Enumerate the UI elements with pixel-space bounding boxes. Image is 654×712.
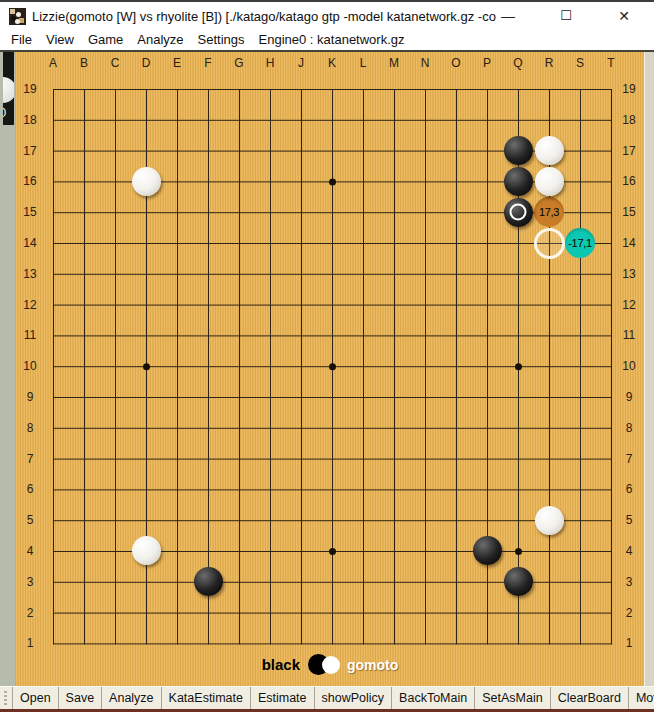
toolbar-button-backtomain[interactable]: BackToMain (391, 687, 474, 709)
window-title: Lizzie(gomoto [W] vs rhyolite [B]) [./ka… (32, 9, 496, 24)
coord-row-left-10: 10 (23, 359, 36, 373)
white-stone-D4[interactable] (132, 536, 161, 565)
coord-row-left-1: 1 (27, 636, 34, 650)
coord-col-E: E (173, 56, 181, 70)
menu-item-file[interactable]: File (4, 30, 39, 50)
capture-indicator: 0 (3, 52, 14, 125)
coord-row-left-3: 3 (27, 575, 34, 589)
coord-row-left-8: 8 (27, 421, 34, 435)
coord-row-right-2: 2 (626, 606, 633, 620)
white-stone-icon (322, 656, 340, 674)
coord-row-right-7: 7 (626, 452, 633, 466)
coord-col-M: M (389, 56, 399, 70)
coord-col-K: K (328, 56, 336, 70)
minimize-icon[interactable]: — (496, 2, 520, 30)
suggested-move-S14[interactable]: -17,1 (565, 228, 595, 258)
white-stone-R5[interactable] (535, 506, 564, 535)
white-capture-stone-icon (3, 77, 14, 103)
suggested-move-R15[interactable]: 17,3 (534, 197, 564, 227)
coord-row-right-5: 5 (626, 513, 633, 527)
menu-item-engine0[interactable]: Engine0 : katanetwork.gz (252, 30, 412, 50)
coord-row-left-18: 18 (23, 113, 36, 127)
bottom-toolbar: OpenSaveAnalyzeKataEstimateEstimateshowP… (0, 686, 654, 712)
coord-col-Q: Q (513, 56, 522, 70)
coord-row-left-16: 16 (23, 174, 36, 188)
toolbar-button-clearboard[interactable]: ClearBoard (550, 687, 628, 709)
close-icon[interactable]: ✕ (612, 2, 636, 30)
coord-row-right-9: 9 (626, 390, 633, 404)
white-player-label: gomoto (347, 657, 398, 673)
toolbar-grip[interactable] (4, 691, 7, 705)
black-stone-Q3[interactable] (504, 567, 533, 596)
coord-row-right-3: 3 (626, 575, 633, 589)
coord-row-left-4: 4 (27, 544, 34, 558)
coord-col-S: S (576, 56, 584, 70)
coord-col-T: T (607, 56, 614, 70)
coord-row-left-14: 14 (23, 236, 36, 250)
menu-bar: FileViewGameAnalyzeSettingsEngine0 : kat… (0, 30, 654, 52)
coord-col-P: P (483, 56, 491, 70)
go-board[interactable]: ABCDEFGHJKLMNOPQRST191918181717161615151… (15, 52, 645, 686)
last-move-marker (510, 204, 527, 221)
black-player-label: black (262, 656, 300, 673)
menu-item-game[interactable]: Game (81, 30, 130, 50)
coord-col-C: C (111, 56, 120, 70)
window-controls: — ☐ ✕ (496, 2, 654, 30)
coord-col-F: F (204, 56, 211, 70)
coord-row-left-9: 9 (27, 390, 34, 404)
coord-col-A: A (49, 56, 57, 70)
coord-row-left-17: 17 (23, 144, 36, 158)
coord-col-G: G (234, 56, 243, 70)
coord-col-N: N (421, 56, 430, 70)
coord-col-H: H (266, 56, 275, 70)
coord-row-left-15: 15 (23, 205, 36, 219)
maximize-icon[interactable]: ☐ (554, 2, 578, 30)
player-bar: black gomoto (15, 654, 645, 675)
menu-item-settings[interactable]: Settings (191, 30, 252, 50)
coord-col-L: L (360, 56, 367, 70)
white-stone-R17[interactable] (535, 136, 564, 165)
coord-row-left-13: 13 (23, 267, 36, 281)
coord-row-left-2: 2 (27, 606, 34, 620)
black-stone-Q16[interactable] (504, 167, 533, 196)
toolbar-button-estimate[interactable]: Estimate (250, 687, 314, 709)
coord-row-right-8: 8 (626, 421, 633, 435)
black-stone-Q15[interactable] (504, 198, 533, 227)
coord-col-R: R (545, 56, 554, 70)
coord-row-left-7: 7 (27, 452, 34, 466)
white-stone-R16[interactable] (535, 167, 564, 196)
toolbar-button-setasmain[interactable]: SetAsMain (474, 687, 549, 709)
black-stone-Q17[interactable] (504, 136, 533, 165)
black-stone-P4[interactable] (473, 536, 502, 565)
coord-row-left-5: 5 (27, 513, 34, 527)
app-icon (9, 8, 26, 25)
title-bar: Lizzie(gomoto [W] vs rhyolite [B]) [./ka… (0, 2, 654, 30)
black-stone-F3[interactable] (194, 567, 223, 596)
coord-row-right-6: 6 (626, 482, 633, 496)
coord-row-right-4: 4 (626, 544, 633, 558)
coord-row-left-11: 11 (24, 328, 36, 342)
toolbar-button-kataestimate[interactable]: KataEstimate (161, 687, 250, 709)
app-window: Lizzie(gomoto [W] vs rhyolite [B]) [./ka… (0, 0, 654, 712)
coord-row-left-12: 12 (23, 298, 36, 312)
variation-ghost-ring-R14[interactable] (534, 228, 565, 259)
toolbar-button-movenumber[interactable]: MoveNumber (628, 687, 654, 709)
coord-col-D: D (142, 56, 151, 70)
coord-col-J: J (298, 56, 304, 70)
coord-row-left-19: 19 (23, 82, 36, 96)
right-edge-strip (644, 52, 654, 686)
coord-col-O: O (451, 56, 460, 70)
menu-item-view[interactable]: View (39, 30, 81, 50)
coord-row-left-6: 6 (27, 482, 34, 496)
board-panel: 0 ABCDEFGHJKLMNOPQRST1919181817171616151… (0, 52, 654, 686)
menu-item-analyze[interactable]: Analyze (130, 30, 190, 50)
toolbar-button-analyze[interactable]: Analyze (101, 687, 160, 709)
board-grid[interactable]: 17,3-17,1 (38, 74, 627, 659)
toolbar-button-showpolicy[interactable]: showPolicy (314, 687, 392, 709)
white-stone-D16[interactable] (132, 167, 161, 196)
coord-row-right-1: 1 (626, 636, 633, 650)
coord-col-B: B (80, 56, 88, 70)
capture-count: 0 (3, 105, 6, 120)
toolbar-button-save[interactable]: Save (58, 687, 102, 709)
toolbar-button-open[interactable]: Open (12, 687, 58, 709)
